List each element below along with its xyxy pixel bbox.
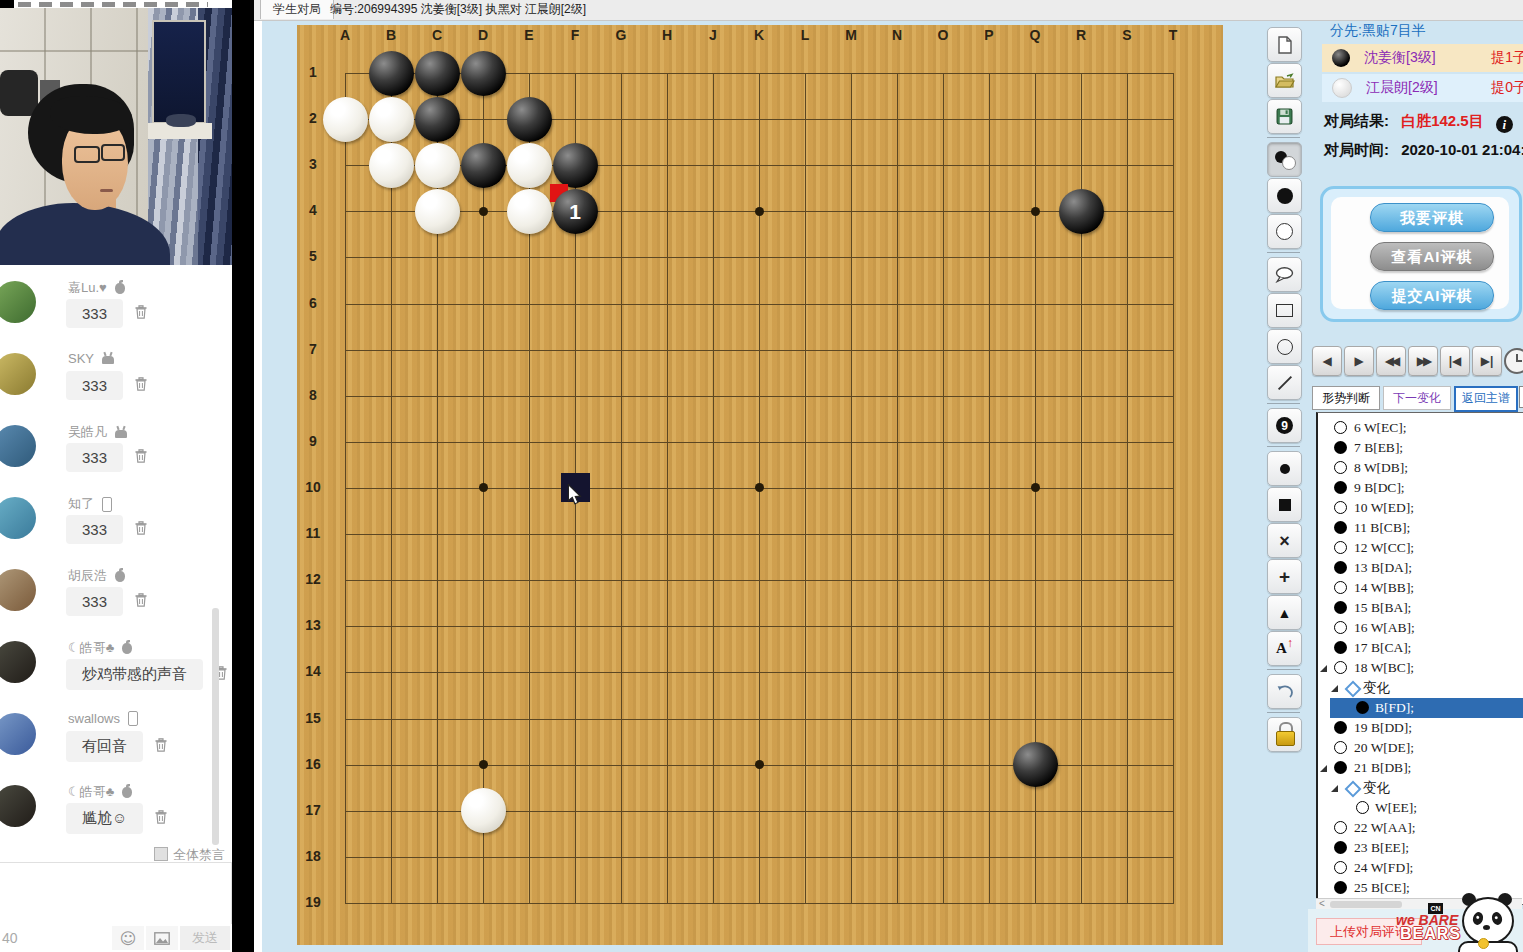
person-mouth xyxy=(100,189,113,192)
divider-white-strip xyxy=(254,20,262,952)
move-list-item[interactable]: 7 B[EB]; xyxy=(1318,438,1523,458)
coord-col-H: H xyxy=(655,27,679,43)
move-list-item[interactable]: 10 W[ED]; xyxy=(1318,498,1523,518)
chat-message-bubble: 333 xyxy=(66,371,123,400)
cross-mark-icon: × xyxy=(1268,524,1301,557)
move-text: 10 W[ED]; xyxy=(1354,498,1414,518)
position-judge-button[interactable]: 形势判断 xyxy=(1312,386,1380,410)
plus-mark-button[interactable]: + xyxy=(1267,559,1302,594)
delete-message-icon[interactable] xyxy=(135,521,147,539)
char-counter: 40 xyxy=(2,930,18,946)
white-move-icon xyxy=(1334,821,1347,834)
dark-object xyxy=(0,70,38,116)
coord-col-K: K xyxy=(747,27,771,43)
coord-col-F: F xyxy=(563,27,587,43)
move-number-input[interactable]: 18 xyxy=(1519,386,1523,408)
fast-back-button[interactable]: ◀◀ xyxy=(1376,346,1406,376)
fast-forward-button[interactable]: ▶▶ xyxy=(1408,346,1438,376)
move-text: 21 B[DB]; xyxy=(1354,758,1411,778)
save-button[interactable] xyxy=(1267,99,1302,134)
coord-col-B: B xyxy=(379,27,403,43)
coord-row-4: 4 xyxy=(300,202,326,218)
move-text: 22 W[AA]; xyxy=(1354,818,1416,838)
coord-col-C: C xyxy=(425,27,449,43)
coord-col-J: J xyxy=(701,27,725,43)
video-overlay-strip xyxy=(0,0,232,8)
open-folder-button[interactable] xyxy=(1267,63,1302,98)
apple-device-icon xyxy=(115,283,125,294)
move-list-item[interactable]: 6 W[EC]; xyxy=(1318,418,1523,438)
info-icon[interactable]: i xyxy=(1496,116,1513,133)
chat-sender-name: swallows xyxy=(68,711,138,726)
black-move-icon xyxy=(1334,641,1347,654)
move-text: 12 W[CC]; xyxy=(1354,538,1414,558)
coord-col-D: D xyxy=(471,27,495,43)
move-list-item[interactable]: 20 W[DE]; xyxy=(1318,738,1523,758)
white-stone-icon xyxy=(1268,215,1301,248)
coord-row-16: 16 xyxy=(300,756,326,772)
stone-white-A2[interactable] xyxy=(323,97,368,142)
chat-message-bubble: 333 xyxy=(66,587,123,616)
player-row-black[interactable]: 沈姜衡[3级] 提1子 xyxy=(1322,44,1523,72)
step-forward-button[interactable]: ▶ xyxy=(1344,346,1374,376)
avatar xyxy=(0,425,36,467)
move-list-item[interactable]: 19 B[DD]; xyxy=(1318,718,1523,738)
toolbar-separator xyxy=(1267,669,1300,670)
panda-nose xyxy=(1483,925,1490,930)
stone-black-E2[interactable] xyxy=(507,97,552,142)
video-corner-block xyxy=(0,0,14,8)
time-value: 2020-10-01 21:04:54 xyxy=(1401,141,1523,158)
move-text: 变化 xyxy=(1363,778,1390,798)
smiley-icon: ☺ xyxy=(120,929,137,948)
coord-row-11: 11 xyxy=(300,525,326,541)
chat-sender-name: ☾皓哥♣ xyxy=(68,783,132,801)
delete-message-icon[interactable] xyxy=(135,449,147,467)
black-player-name: 沈姜衡[3级] xyxy=(1364,49,1491,67)
white-move-icon xyxy=(1334,661,1347,674)
black-move-icon xyxy=(1356,701,1369,714)
send-label: 发送 xyxy=(192,929,218,947)
panda-head xyxy=(1462,897,1514,945)
black-move-icon xyxy=(1334,721,1347,734)
move-list-item[interactable]: 25 B[CE]; xyxy=(1318,878,1523,898)
new-file-icon xyxy=(1268,28,1301,61)
move-text: 20 W[DE]; xyxy=(1354,738,1414,758)
move-text: 6 W[EC]; xyxy=(1354,418,1407,438)
step-back-button[interactable]: ◀ xyxy=(1312,346,1342,376)
play-stones-button[interactable] xyxy=(1267,142,1302,177)
editor-toolbar: 9×+▲A↑ xyxy=(1265,27,1302,753)
chat-sender-name: 嘉Lu.♥ xyxy=(68,279,125,297)
review-actions-box: 我要评棋 查看AI评棋 提交AI评棋 xyxy=(1320,186,1522,322)
lock-button[interactable] xyxy=(1267,717,1302,752)
black-move-icon xyxy=(1334,561,1347,574)
next-variation-button[interactable]: 下一变化 xyxy=(1383,386,1451,410)
black-move-icon xyxy=(1334,601,1347,614)
chat-message-bubble: 333 xyxy=(66,299,123,328)
move-list-item[interactable]: 22 W[AA]; xyxy=(1318,818,1523,838)
chat-input-box[interactable] xyxy=(0,862,232,925)
white-stone-button[interactable] xyxy=(1267,214,1302,249)
stone-white-E4[interactable] xyxy=(507,189,552,234)
stone-black-D1[interactable] xyxy=(461,51,506,96)
chat-sender-name: ☾皓哥♣ xyxy=(68,639,132,657)
stone-black-C1[interactable] xyxy=(415,51,460,96)
game-title: 编号:206994395 沈姜衡[3级] 执黑对 江晨朗[2级] xyxy=(330,0,586,19)
move-list-item[interactable]: 8 W[DB]; xyxy=(1318,458,1523,478)
move-list-item[interactable]: B[FD]; xyxy=(1318,698,1523,718)
black-move-icon xyxy=(1334,881,1347,894)
apple-device-icon xyxy=(122,643,132,654)
stone-white-C3[interactable] xyxy=(415,143,460,188)
tab-student-game[interactable]: 学生对局 xyxy=(260,0,334,19)
player-row-white[interactable]: 江晨朗[2级] 提0子 xyxy=(1322,74,1523,102)
triangle-mark-icon: ▲ xyxy=(1268,596,1301,629)
result-row: 对局结果: 白胜142.5目 i xyxy=(1324,112,1513,133)
move-text: 24 W[FD]; xyxy=(1354,858,1413,878)
avatar xyxy=(0,281,36,323)
star-point-D10 xyxy=(479,483,488,492)
avatar xyxy=(0,569,36,611)
instructor-webcam-video xyxy=(0,8,232,265)
black-move-icon xyxy=(1334,521,1347,534)
move-text: 19 B[DD]; xyxy=(1354,718,1412,738)
move-text: 11 B[CB]; xyxy=(1354,518,1410,538)
panda-eye-right xyxy=(1490,911,1503,926)
chat-sender-name: 吴皓凡 xyxy=(68,423,127,441)
chat-message-bubble: 333 xyxy=(66,443,123,472)
chat-sender-name: 胡辰浩 xyxy=(68,567,125,585)
black-move-icon xyxy=(1334,841,1347,854)
move-text: 7 B[EB]; xyxy=(1354,438,1403,458)
chat-message-bubble: 尴尬☺ xyxy=(66,803,143,834)
chat-scrollbar[interactable] xyxy=(212,608,219,845)
panda-eye-left xyxy=(1471,911,1484,926)
star-point-Q10 xyxy=(1031,483,1040,492)
sender-name-text: ☾皓哥♣ xyxy=(68,783,114,801)
line-mark-button[interactable] xyxy=(1267,365,1302,400)
chat-panel: 嘉Lu.♥333SKY333吴皓凡333知了333胡辰浩333☾皓哥♣炒鸡带感的… xyxy=(0,265,232,952)
lock-icon xyxy=(1268,718,1301,751)
emoji-button[interactable]: ☺ xyxy=(112,926,144,950)
black-stone-button[interactable] xyxy=(1267,178,1302,213)
square-mark-icon xyxy=(1268,488,1301,521)
star-point-D16 xyxy=(479,760,488,769)
move-list-item[interactable]: 9 B[DC]; xyxy=(1318,478,1523,498)
white-player-name: 江晨朗[2级] xyxy=(1366,79,1491,97)
delete-message-icon[interactable] xyxy=(155,810,167,828)
tree-collapse-arrow[interactable] xyxy=(1331,785,1338,792)
komi-info: 分先:黑贴7目半 xyxy=(1330,22,1426,40)
move-list-item[interactable]: 14 W[BB]; xyxy=(1318,578,1523,598)
black-move-icon xyxy=(1334,481,1347,494)
bears-logo-line2: BEARS xyxy=(1400,925,1461,943)
coord-col-A: A xyxy=(333,27,357,43)
move-text: 8 W[DB]; xyxy=(1354,458,1408,478)
my-review-button[interactable]: 我要评棋 xyxy=(1370,203,1494,232)
white-move-icon xyxy=(1334,581,1347,594)
white-move-icon xyxy=(1334,861,1347,874)
coord-row-1: 1 xyxy=(300,64,326,80)
move-list-item[interactable]: 16 W[AB]; xyxy=(1318,618,1523,638)
chat-message-row: 333 xyxy=(66,443,147,472)
white-move-icon xyxy=(1334,541,1347,554)
delete-message-icon[interactable] xyxy=(135,305,147,323)
time-label: 对局时间: xyxy=(1324,141,1389,158)
stone-white-D17[interactable] xyxy=(461,788,506,833)
coord-col-Q: Q xyxy=(1023,27,1047,43)
variation-diamond-icon xyxy=(1345,681,1362,698)
chat-message-bubble: 有回音 xyxy=(66,731,143,762)
coord-row-5: 5 xyxy=(300,248,326,264)
coord-row-18: 18 xyxy=(300,848,326,864)
cross-mark-button[interactable]: × xyxy=(1267,523,1302,558)
wardrobe-shelf-line xyxy=(0,50,150,52)
move-text: W[EE]; xyxy=(1375,798,1417,818)
plus-mark-icon: + xyxy=(1268,560,1301,593)
circle-mark-button[interactable] xyxy=(1267,329,1302,364)
coord-row-12: 12 xyxy=(300,571,326,587)
coord-col-R: R xyxy=(1069,27,1093,43)
move-list-item[interactable]: 23 B[EE]; xyxy=(1318,838,1523,858)
time-row: 对局时间: 2020-10-01 21:04:54 xyxy=(1324,141,1523,160)
move-list-item[interactable]: 13 B[DA]; xyxy=(1318,558,1523,578)
coord-col-N: N xyxy=(885,27,909,43)
android-device-icon xyxy=(102,356,114,364)
chat-footer: 40 ☺ 发送 xyxy=(0,924,232,952)
delete-message-icon[interactable] xyxy=(155,738,167,756)
move-text: 17 B[CA]; xyxy=(1354,638,1411,658)
chat-sender-name: 知了 xyxy=(68,495,112,513)
coord-row-19: 19 xyxy=(300,894,326,910)
chat-message-row: 333 xyxy=(66,515,147,544)
label-mark-button[interactable]: A↑ xyxy=(1267,631,1302,666)
move-text: 16 W[AB]; xyxy=(1354,618,1415,638)
move-text: 15 B[BA]; xyxy=(1354,598,1411,618)
square-mark-button[interactable] xyxy=(1267,487,1302,522)
delete-message-icon[interactable] xyxy=(135,593,147,611)
delete-message-icon[interactable] xyxy=(135,377,147,395)
comment-icon xyxy=(1268,258,1301,291)
coord-row-3: 3 xyxy=(300,156,326,172)
move-list-item[interactable]: 12 W[CC]; xyxy=(1318,538,1523,558)
chat-message-row: 炒鸡带感的声音 xyxy=(66,659,227,690)
chat-message-row: 333 xyxy=(66,299,147,328)
move-text: 变化 xyxy=(1363,678,1390,698)
sender-name-text: ☾皓哥♣ xyxy=(68,639,114,657)
black-captures: 提1子 xyxy=(1491,49,1523,67)
chat-message-row: 333 xyxy=(66,587,147,616)
tree-collapse-arrow[interactable] xyxy=(1320,665,1327,672)
coord-row-17: 17 xyxy=(300,802,326,818)
black-stone-icon xyxy=(1268,179,1301,212)
avatar xyxy=(0,713,36,755)
return-main-line-button[interactable]: 返回主谱 xyxy=(1454,386,1518,412)
star-point-K16 xyxy=(755,760,764,769)
android-device-icon xyxy=(115,430,127,438)
phone-device-icon xyxy=(102,497,112,512)
apple-device-icon xyxy=(115,571,125,582)
toolbar-separator xyxy=(1267,252,1300,253)
coord-col-E: E xyxy=(517,27,541,43)
toolbar-separator xyxy=(1267,403,1300,404)
video-overlay-text xyxy=(18,2,208,7)
stone-white-C4[interactable] xyxy=(415,189,460,234)
move-list-item[interactable]: 24 W[FD]; xyxy=(1318,858,1523,878)
coord-col-T: T xyxy=(1161,27,1185,43)
coord-col-M: M xyxy=(839,27,863,43)
dot-mark-button[interactable] xyxy=(1267,451,1302,486)
coord-row-8: 8 xyxy=(300,387,326,403)
move-list-variation-header[interactable]: 变化 xyxy=(1318,678,1523,698)
move-text: B[FD]; xyxy=(1375,698,1414,718)
comment-button[interactable] xyxy=(1267,257,1302,292)
play-stones-icon xyxy=(1268,143,1301,176)
coord-col-G: G xyxy=(609,27,633,43)
image-icon xyxy=(154,932,170,945)
circle-mark-icon xyxy=(1268,330,1301,363)
move-text: 23 B[EE]; xyxy=(1354,838,1409,858)
image-button[interactable] xyxy=(146,926,178,950)
variation-diamond-icon xyxy=(1345,781,1362,798)
coord-row-15: 15 xyxy=(300,710,326,726)
avatar xyxy=(0,353,36,395)
mute-all-checkbox[interactable] xyxy=(154,847,168,861)
sender-name-text: 嘉Lu.♥ xyxy=(68,279,107,297)
move-list-item[interactable]: 17 B[CA]; xyxy=(1318,638,1523,658)
coord-row-7: 7 xyxy=(300,341,326,357)
stone-white-B2[interactable] xyxy=(369,97,414,142)
stone-white-E3[interactable] xyxy=(507,143,552,188)
chat-message-bubble: 333 xyxy=(66,515,123,544)
panda-flower xyxy=(1478,938,1489,949)
label-mark-icon: A↑ xyxy=(1268,632,1301,665)
submit-ai-review-button[interactable]: 提交AI评棋 xyxy=(1370,281,1494,310)
clock-icon[interactable] xyxy=(1504,348,1523,374)
coord-row-9: 9 xyxy=(300,433,326,449)
coord-col-O: O xyxy=(931,27,955,43)
triangle-mark-button[interactable]: ▲ xyxy=(1267,595,1302,630)
white-move-icon xyxy=(1356,801,1369,814)
white-move-icon xyxy=(1334,421,1347,434)
top-bar: 学生对局 编号:206994395 沈姜衡[3级] 执黑对 江晨朗[2级] xyxy=(254,0,1523,21)
avatar xyxy=(0,497,36,539)
new-file-button[interactable] xyxy=(1267,27,1302,62)
undo-icon xyxy=(1268,675,1301,708)
mouse-cursor xyxy=(567,484,582,510)
stone-black-B1[interactable] xyxy=(369,51,414,96)
move-numbers-icon: 9 xyxy=(1268,409,1301,442)
stone-black-C2[interactable] xyxy=(415,97,460,142)
sender-name-text: swallows xyxy=(68,711,120,726)
toolbar-separator xyxy=(1267,137,1300,138)
move-numbers-button[interactable]: 9 xyxy=(1267,408,1302,443)
stone-black-D3[interactable] xyxy=(461,143,506,188)
coord-row-10: 10 xyxy=(300,479,326,495)
chat-sender-name: SKY xyxy=(68,351,114,366)
stone-white-B3[interactable] xyxy=(369,143,414,188)
window-night xyxy=(152,20,206,124)
star-point-K4 xyxy=(755,207,764,216)
move-text: 13 B[DA]; xyxy=(1354,558,1412,578)
result-label: 对局结果: xyxy=(1324,112,1389,129)
move-list-item[interactable]: 21 B[DB]; xyxy=(1318,758,1523,778)
view-ai-review-button[interactable]: 查看AI评棋 xyxy=(1370,242,1494,271)
white-move-icon xyxy=(1334,621,1347,634)
line-mark-icon xyxy=(1268,366,1301,399)
move-list-item[interactable]: 11 B[CB]; xyxy=(1318,518,1523,538)
move-list-item[interactable]: W[EE]; xyxy=(1318,798,1523,818)
to-start-button[interactable]: |◀ xyxy=(1440,346,1470,376)
coord-col-L: L xyxy=(793,27,817,43)
scroll-left-arrow[interactable]: < xyxy=(1319,898,1325,909)
scroll-thumb[interactable] xyxy=(1330,901,1402,908)
stone-black-Q16[interactable] xyxy=(1013,742,1058,787)
move-text: 9 B[DC]; xyxy=(1354,478,1405,498)
coord-row-6: 6 xyxy=(300,295,326,311)
divider-black-bar xyxy=(232,0,254,952)
rect-mark-icon xyxy=(1268,294,1301,327)
stone-black-F3[interactable] xyxy=(553,143,598,188)
move-list[interactable]: 6 W[EC];7 B[EB];8 W[DB];9 B[DC];10 W[ED]… xyxy=(1316,412,1523,905)
chat-message-row: 333 xyxy=(66,371,147,400)
phone-device-icon xyxy=(128,711,138,726)
move-text: 25 B[CE]; xyxy=(1354,878,1410,898)
go-board[interactable]: ABCDEFGHJKLMNOPQRST123456789101112131415… xyxy=(297,25,1223,945)
sender-name-text: SKY xyxy=(68,351,94,366)
to-end-button[interactable]: ▶| xyxy=(1472,346,1502,376)
move-list-item[interactable]: 15 B[BA]; xyxy=(1318,598,1523,618)
coord-col-S: S xyxy=(1115,27,1139,43)
stone-black-R4[interactable] xyxy=(1059,189,1104,234)
avatar xyxy=(0,641,36,683)
go-review-app: 嘉Lu.♥333SKY333吴皓凡333知了333胡辰浩333☾皓哥♣炒鸡带感的… xyxy=(0,0,1523,952)
undo-button[interactable] xyxy=(1267,674,1302,709)
tree-collapse-arrow[interactable] xyxy=(1331,685,1338,692)
chat-message-list: 嘉Lu.♥333SKY333吴皓凡333知了333胡辰浩333☾皓哥♣炒鸡带感的… xyxy=(0,275,232,847)
sender-name-text: 吴皓凡 xyxy=(68,423,107,441)
chat-message-bubble: 炒鸡带感的声音 xyxy=(66,659,203,690)
coord-row-13: 13 xyxy=(300,617,326,633)
black-move-icon xyxy=(1334,761,1347,774)
move-list-variation-header[interactable]: 变化 xyxy=(1318,778,1523,798)
dot-mark-icon xyxy=(1268,452,1301,485)
open-folder-icon xyxy=(1268,64,1301,97)
stone-black-F4[interactable]: 1 xyxy=(553,189,598,234)
white-move-icon xyxy=(1334,501,1347,514)
tree-collapse-arrow[interactable] xyxy=(1320,765,1327,772)
send-button[interactable]: 发送 xyxy=(180,926,230,950)
result-value: 白胜142.5目 xyxy=(1401,112,1484,129)
white-move-icon xyxy=(1334,741,1347,754)
toolbar-separator xyxy=(1267,446,1300,447)
white-move-icon xyxy=(1334,461,1347,474)
star-point-D4 xyxy=(479,207,488,216)
star-point-K10 xyxy=(755,483,764,492)
sill-object xyxy=(166,114,196,127)
star-point-Q4 xyxy=(1031,207,1040,216)
move-list-item[interactable]: 18 W[BC]; xyxy=(1318,658,1523,678)
glasses-left-lens xyxy=(74,146,100,163)
rect-mark-button[interactable] xyxy=(1267,293,1302,328)
chat-message-row: 尴尬☺ xyxy=(66,803,167,834)
chat-message-row: 有回音 xyxy=(66,731,167,762)
save-icon xyxy=(1268,100,1301,133)
coord-col-P: P xyxy=(977,27,1001,43)
white-stone-icon xyxy=(1332,78,1352,98)
move-text: 14 W[BB]; xyxy=(1354,578,1414,598)
